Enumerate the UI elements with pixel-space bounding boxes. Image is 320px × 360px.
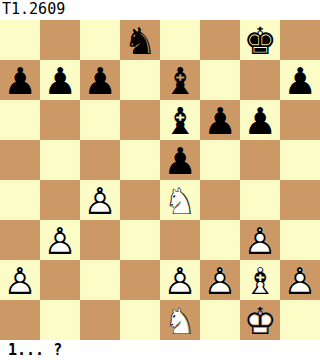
square-g1[interactable]: ♚♔ [240,300,280,340]
square-f7[interactable] [200,60,240,100]
square-f3[interactable] [200,220,240,260]
square-c2[interactable] [80,260,120,300]
square-g6[interactable]: ♟ [240,100,280,140]
square-g8[interactable]: ♚ [240,20,280,60]
square-e3[interactable] [160,220,200,260]
piece-outline-glyph: ♘ [160,300,200,340]
square-f4[interactable] [200,180,240,220]
square-f8[interactable] [200,20,240,60]
square-a7[interactable]: ♟ [0,60,40,100]
square-c5[interactable] [80,140,120,180]
square-e2[interactable]: ♟♙ [160,260,200,300]
white-bishop-icon[interactable]: ♝♗ [240,260,280,300]
white-pawn-icon[interactable]: ♟♙ [160,260,200,300]
black-bishop-icon[interactable]: ♝ [160,100,200,140]
square-g5[interactable] [240,140,280,180]
square-d5[interactable] [120,140,160,180]
square-c1[interactable] [80,300,120,340]
piece-outline-glyph: ♙ [0,260,40,300]
piece-glyph: ♟ [160,140,200,180]
move-prompt: 1... ? [0,340,320,360]
square-h8[interactable] [280,20,320,60]
square-a2[interactable]: ♟♙ [0,260,40,300]
piece-outline-glyph: ♙ [200,260,240,300]
white-king-icon[interactable]: ♚♔ [240,300,280,340]
black-knight-icon[interactable]: ♞ [120,20,160,60]
white-pawn-icon[interactable]: ♟♙ [200,260,240,300]
piece-glyph: ♝ [160,60,200,100]
square-d4[interactable] [120,180,160,220]
piece-glyph: ♟ [0,60,40,100]
square-b8[interactable] [40,20,80,60]
square-e1[interactable]: ♞♘ [160,300,200,340]
black-pawn-icon[interactable]: ♟ [200,100,240,140]
square-b2[interactable] [40,260,80,300]
square-f5[interactable] [200,140,240,180]
square-a5[interactable] [0,140,40,180]
square-e8[interactable] [160,20,200,60]
square-h4[interactable] [280,180,320,220]
white-pawn-icon[interactable]: ♟♙ [240,220,280,260]
square-c6[interactable] [80,100,120,140]
square-e5[interactable]: ♟ [160,140,200,180]
white-knight-icon[interactable]: ♞♘ [160,300,200,340]
square-c8[interactable] [80,20,120,60]
square-d7[interactable] [120,60,160,100]
square-a4[interactable] [0,180,40,220]
square-c4[interactable]: ♟♙ [80,180,120,220]
white-pawn-icon[interactable]: ♟♙ [40,220,80,260]
piece-outline-glyph: ♗ [240,260,280,300]
square-e7[interactable]: ♝ [160,60,200,100]
square-a1[interactable] [0,300,40,340]
square-c3[interactable] [80,220,120,260]
square-a6[interactable] [0,100,40,140]
piece-outline-glyph: ♙ [40,220,80,260]
square-h3[interactable] [280,220,320,260]
square-g2[interactable]: ♝♗ [240,260,280,300]
square-e6[interactable]: ♝ [160,100,200,140]
square-g7[interactable] [240,60,280,100]
piece-outline-glyph: ♙ [280,260,320,300]
black-pawn-icon[interactable]: ♟ [240,100,280,140]
chess-puzzle-app: T1.2609 ♞♚♟♟♟♝♟♝♟♟♟♟♙♞♘♟♙♟♙♟♙♟♙♟♙♝♗♟♙♞♘♚… [0,0,320,360]
square-b4[interactable] [40,180,80,220]
piece-outline-glyph: ♙ [240,220,280,260]
square-d8[interactable]: ♞ [120,20,160,60]
square-g3[interactable]: ♟♙ [240,220,280,260]
piece-glyph: ♝ [160,100,200,140]
square-b1[interactable] [40,300,80,340]
piece-glyph: ♟ [240,100,280,140]
square-d2[interactable] [120,260,160,300]
black-pawn-icon[interactable]: ♟ [280,60,320,100]
black-pawn-icon[interactable]: ♟ [40,60,80,100]
square-d6[interactable] [120,100,160,140]
piece-glyph: ♟ [280,60,320,100]
square-h6[interactable] [280,100,320,140]
white-pawn-icon[interactable]: ♟♙ [0,260,40,300]
square-h1[interactable] [280,300,320,340]
square-h7[interactable]: ♟ [280,60,320,100]
piece-glyph: ♟ [80,60,120,100]
square-b7[interactable]: ♟ [40,60,80,100]
square-c7[interactable]: ♟ [80,60,120,100]
square-h2[interactable]: ♟♙ [280,260,320,300]
black-pawn-icon[interactable]: ♟ [80,60,120,100]
piece-glyph: ♞ [120,20,160,60]
square-b3[interactable]: ♟♙ [40,220,80,260]
piece-glyph: ♟ [40,60,80,100]
black-bishop-icon[interactable]: ♝ [160,60,200,100]
white-pawn-icon[interactable]: ♟♙ [80,180,120,220]
piece-outline-glyph: ♘ [160,180,200,220]
black-king-icon[interactable]: ♚ [240,20,280,60]
square-h5[interactable] [280,140,320,180]
piece-outline-glyph: ♔ [240,300,280,340]
piece-glyph: ♟ [200,100,240,140]
square-f6[interactable]: ♟ [200,100,240,140]
square-a8[interactable] [0,20,40,60]
white-knight-icon[interactable]: ♞♘ [160,180,200,220]
square-b5[interactable] [40,140,80,180]
square-f2[interactable]: ♟♙ [200,260,240,300]
piece-glyph: ♚ [240,20,280,60]
square-b6[interactable] [40,100,80,140]
chess-board[interactable]: ♞♚♟♟♟♝♟♝♟♟♟♟♙♞♘♟♙♟♙♟♙♟♙♟♙♝♗♟♙♞♘♚♔ [0,20,320,340]
piece-outline-glyph: ♙ [80,180,120,220]
square-a3[interactable] [0,220,40,260]
square-d3[interactable] [120,220,160,260]
square-g4[interactable] [240,180,280,220]
puzzle-title: T1.2609 [0,0,320,20]
square-f1[interactable] [200,300,240,340]
white-pawn-icon[interactable]: ♟♙ [280,260,320,300]
piece-outline-glyph: ♙ [160,260,200,300]
square-e4[interactable]: ♞♘ [160,180,200,220]
black-pawn-icon[interactable]: ♟ [160,140,200,180]
black-pawn-icon[interactable]: ♟ [0,60,40,100]
square-d1[interactable] [120,300,160,340]
